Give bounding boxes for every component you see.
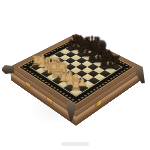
white-rook: ♜ [62,78,90,92]
chess-set-product-photo: ♜♞♝♛♚♝♞♜♟♟♟♟♟♟♟♟♟♟♟♟♟♟♟♟♜♞♝♛♚♝♞♜ [0,0,150,150]
black-pawn: ♟ [97,59,123,70]
brass-latch [95,100,100,108]
square-h1: ♜ [70,88,82,96]
watermark [61,142,89,146]
brass-latch [26,82,31,89]
brass-latch [47,97,52,105]
brass-foot [2,65,14,74]
